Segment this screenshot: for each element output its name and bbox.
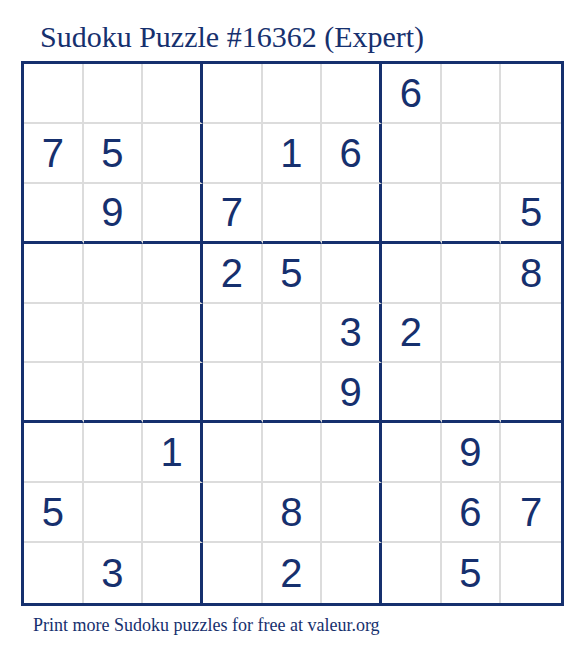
cell-r3c1[interactable]	[24, 184, 84, 244]
cell-r4c5[interactable]: 5	[263, 244, 323, 304]
sudoku-grid: 67516975258329195867325	[21, 61, 564, 606]
cell-r9c8[interactable]: 5	[442, 543, 502, 603]
given-digit: 7	[520, 492, 542, 532]
cell-r9c6[interactable]	[322, 543, 382, 603]
cell-r1c8[interactable]	[442, 64, 502, 124]
given-digit: 1	[161, 432, 183, 472]
given-digit: 6	[459, 492, 481, 532]
cell-r6c6[interactable]: 9	[322, 363, 382, 423]
given-digit: 2	[400, 312, 422, 352]
cell-r2c4[interactable]	[203, 124, 263, 184]
cell-r1c7[interactable]: 6	[382, 64, 442, 124]
cell-r5c5[interactable]	[263, 304, 323, 364]
cell-r3c2[interactable]: 9	[84, 184, 144, 244]
cell-r6c8[interactable]	[442, 363, 502, 423]
cell-r6c3[interactable]	[143, 363, 203, 423]
footer-credit: Print more Sudoku puzzles for free at va…	[33, 614, 380, 636]
cell-r2c2[interactable]: 5	[84, 124, 144, 184]
cell-r2c7[interactable]	[382, 124, 442, 184]
cell-r6c9[interactable]	[501, 363, 561, 423]
cell-r5c2[interactable]	[84, 304, 144, 364]
cell-r2c3[interactable]	[143, 124, 203, 184]
cell-r5c3[interactable]	[143, 304, 203, 364]
cell-r8c3[interactable]	[143, 483, 203, 543]
cell-r9c5[interactable]: 2	[263, 543, 323, 603]
cell-r2c8[interactable]	[442, 124, 502, 184]
given-digit: 1	[280, 133, 302, 173]
given-digit: 8	[520, 253, 542, 293]
cell-r9c1[interactable]	[24, 543, 84, 603]
page: { "game": "sudoku", "position": "......6…	[0, 0, 580, 651]
cell-r8c5[interactable]: 8	[263, 483, 323, 543]
cell-r9c7[interactable]	[382, 543, 442, 603]
cell-r7c7[interactable]	[382, 423, 442, 483]
cell-r8c2[interactable]	[84, 483, 144, 543]
given-digit: 5	[101, 133, 123, 173]
given-digit: 9	[101, 192, 123, 232]
given-digit: 5	[520, 192, 542, 232]
given-digit: 8	[280, 492, 302, 532]
cell-r1c1[interactable]	[24, 64, 84, 124]
cell-r9c2[interactable]: 3	[84, 543, 144, 603]
cell-r3c5[interactable]	[263, 184, 323, 244]
given-digit: 3	[340, 312, 362, 352]
cell-r2c1[interactable]: 7	[24, 124, 84, 184]
cell-r3c7[interactable]	[382, 184, 442, 244]
cell-r8c8[interactable]: 6	[442, 483, 502, 543]
cell-r8c6[interactable]	[322, 483, 382, 543]
cell-r5c1[interactable]	[24, 304, 84, 364]
cell-r7c1[interactable]	[24, 423, 84, 483]
cell-r1c6[interactable]	[322, 64, 382, 124]
given-digit: 9	[459, 432, 481, 472]
given-digit: 6	[400, 73, 422, 113]
puzzle-title: Sudoku Puzzle #16362 (Expert)	[40, 20, 424, 54]
given-digit: 5	[459, 553, 481, 593]
given-digit: 5	[42, 492, 64, 532]
cell-r3c9[interactable]: 5	[501, 184, 561, 244]
cell-r7c8[interactable]: 9	[442, 423, 502, 483]
cell-r8c1[interactable]: 5	[24, 483, 84, 543]
cell-r5c4[interactable]	[203, 304, 263, 364]
cell-r4c4[interactable]: 2	[203, 244, 263, 304]
cell-r3c3[interactable]	[143, 184, 203, 244]
cell-r3c8[interactable]	[442, 184, 502, 244]
cell-r7c2[interactable]	[84, 423, 144, 483]
cell-r2c6[interactable]: 6	[322, 124, 382, 184]
cell-r3c6[interactable]	[322, 184, 382, 244]
cell-r1c4[interactable]	[203, 64, 263, 124]
cell-r4c3[interactable]	[143, 244, 203, 304]
cell-r6c7[interactable]	[382, 363, 442, 423]
cell-r5c6[interactable]: 3	[322, 304, 382, 364]
cell-r2c5[interactable]: 1	[263, 124, 323, 184]
cell-r7c4[interactable]	[203, 423, 263, 483]
given-digit: 6	[340, 133, 362, 173]
cell-r8c4[interactable]	[203, 483, 263, 543]
given-digit: 9	[340, 372, 362, 412]
cell-r1c3[interactable]	[143, 64, 203, 124]
cell-r5c8[interactable]	[442, 304, 502, 364]
cell-r7c6[interactable]	[322, 423, 382, 483]
given-digit: 7	[42, 133, 64, 173]
cell-r7c5[interactable]	[263, 423, 323, 483]
cell-r5c9[interactable]	[501, 304, 561, 364]
cell-r8c7[interactable]	[382, 483, 442, 543]
cell-r4c6[interactable]	[322, 244, 382, 304]
given-digit: 5	[280, 253, 302, 293]
given-digit: 7	[221, 192, 243, 232]
cell-r9c9[interactable]	[501, 543, 561, 603]
cell-r4c9[interactable]: 8	[501, 244, 561, 304]
cell-r9c4[interactable]	[203, 543, 263, 603]
cell-r4c7[interactable]	[382, 244, 442, 304]
cell-r4c2[interactable]	[84, 244, 144, 304]
given-digit: 2	[280, 553, 302, 593]
cell-r4c1[interactable]	[24, 244, 84, 304]
cell-r7c3[interactable]: 1	[143, 423, 203, 483]
cell-r6c2[interactable]	[84, 363, 144, 423]
cell-r2c9[interactable]	[501, 124, 561, 184]
cell-r7c9[interactable]	[501, 423, 561, 483]
given-digit: 3	[101, 553, 123, 593]
cell-r6c5[interactable]	[263, 363, 323, 423]
cell-r6c1[interactable]	[24, 363, 84, 423]
cell-r1c9[interactable]	[501, 64, 561, 124]
cell-r6c4[interactable]	[203, 363, 263, 423]
cell-r4c8[interactable]	[442, 244, 502, 304]
given-digit: 2	[221, 253, 243, 293]
cell-r1c5[interactable]	[263, 64, 323, 124]
cell-r3c4[interactable]: 7	[203, 184, 263, 244]
cell-r8c9[interactable]: 7	[501, 483, 561, 543]
cell-r5c7[interactable]: 2	[382, 304, 442, 364]
cell-r9c3[interactable]	[143, 543, 203, 603]
cell-r1c2[interactable]	[84, 64, 144, 124]
